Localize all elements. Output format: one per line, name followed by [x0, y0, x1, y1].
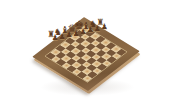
piece-dark-r-a8: ♜	[47, 30, 55, 39]
chess-set-product-photo[interactable]: ♜♞♝♛♚♝♞♜♟♟♟♟♟♟♟♟	[0, 0, 175, 105]
